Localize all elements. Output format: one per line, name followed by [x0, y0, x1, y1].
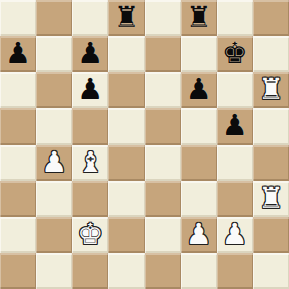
square-a7[interactable]: ♟	[0, 36, 36, 72]
square-h8[interactable]	[253, 0, 289, 36]
square-f8[interactable]: ♜	[181, 0, 217, 36]
square-b3[interactable]	[36, 181, 72, 217]
square-e1[interactable]	[145, 253, 181, 289]
square-c3[interactable]	[72, 181, 108, 217]
square-h7[interactable]	[253, 36, 289, 72]
square-e7[interactable]	[145, 36, 181, 72]
square-h2[interactable]	[253, 217, 289, 253]
square-a6[interactable]	[0, 72, 36, 108]
white-king-c2[interactable]: ♚	[77, 217, 103, 252]
square-b2[interactable]	[36, 217, 72, 253]
square-g7[interactable]: ♚	[217, 36, 253, 72]
square-f2[interactable]: ♟	[181, 217, 217, 253]
black-king-g7[interactable]: ♚	[222, 36, 248, 71]
square-e5[interactable]	[145, 108, 181, 144]
black-pawn-g5[interactable]: ♟	[222, 108, 248, 143]
white-pawn-b4[interactable]: ♟	[41, 145, 67, 180]
square-g3[interactable]	[217, 181, 253, 217]
black-rook-f8[interactable]: ♜	[186, 0, 212, 35]
square-a2[interactable]	[0, 217, 36, 253]
square-h4[interactable]	[253, 145, 289, 181]
square-g2[interactable]: ♟	[217, 217, 253, 253]
square-a1[interactable]	[0, 253, 36, 289]
square-f6[interactable]: ♟	[181, 72, 217, 108]
square-e8[interactable]	[145, 0, 181, 36]
square-f7[interactable]	[181, 36, 217, 72]
square-b8[interactable]	[36, 0, 72, 36]
black-rook-d8[interactable]: ♜	[113, 0, 139, 35]
square-d2[interactable]	[108, 217, 144, 253]
square-a3[interactable]	[0, 181, 36, 217]
square-b4[interactable]: ♟	[36, 145, 72, 181]
square-g6[interactable]	[217, 72, 253, 108]
black-pawn-c7[interactable]: ♟	[77, 36, 103, 71]
square-e6[interactable]	[145, 72, 181, 108]
square-f5[interactable]	[181, 108, 217, 144]
square-g4[interactable]	[217, 145, 253, 181]
black-pawn-a7[interactable]: ♟	[5, 36, 31, 71]
white-pawn-g2[interactable]: ♟	[222, 217, 248, 252]
square-b1[interactable]	[36, 253, 72, 289]
white-rook-h3[interactable]: ♜	[258, 181, 284, 216]
square-c7[interactable]: ♟	[72, 36, 108, 72]
square-h5[interactable]	[253, 108, 289, 144]
square-a4[interactable]	[0, 145, 36, 181]
black-pawn-f6[interactable]: ♟	[186, 72, 212, 107]
square-c1[interactable]	[72, 253, 108, 289]
square-g8[interactable]	[217, 0, 253, 36]
square-c5[interactable]	[72, 108, 108, 144]
square-b7[interactable]	[36, 36, 72, 72]
square-h1[interactable]	[253, 253, 289, 289]
square-d3[interactable]	[108, 181, 144, 217]
square-a5[interactable]	[0, 108, 36, 144]
square-f3[interactable]	[181, 181, 217, 217]
square-e3[interactable]	[145, 181, 181, 217]
square-f4[interactable]	[181, 145, 217, 181]
square-d7[interactable]	[108, 36, 144, 72]
square-g1[interactable]	[217, 253, 253, 289]
square-d6[interactable]	[108, 72, 144, 108]
square-h6[interactable]: ♜	[253, 72, 289, 108]
square-b5[interactable]	[36, 108, 72, 144]
square-c6[interactable]: ♟	[72, 72, 108, 108]
square-f1[interactable]	[181, 253, 217, 289]
square-d1[interactable]	[108, 253, 144, 289]
chess-board: ♜♜♟♟♚♟♟♜♟♟♝♜♚♟♟	[0, 0, 289, 289]
square-c4[interactable]: ♝	[72, 145, 108, 181]
white-bishop-c4[interactable]: ♝	[77, 145, 103, 180]
square-a8[interactable]	[0, 0, 36, 36]
square-e2[interactable]	[145, 217, 181, 253]
white-pawn-f2[interactable]: ♟	[186, 217, 212, 252]
square-d4[interactable]	[108, 145, 144, 181]
square-b6[interactable]	[36, 72, 72, 108]
white-rook-h6[interactable]: ♜	[258, 72, 284, 107]
square-c2[interactable]: ♚	[72, 217, 108, 253]
square-e4[interactable]	[145, 145, 181, 181]
square-d5[interactable]	[108, 108, 144, 144]
square-c8[interactable]	[72, 0, 108, 36]
black-pawn-c6[interactable]: ♟	[77, 72, 103, 107]
square-h3[interactable]: ♜	[253, 181, 289, 217]
square-d8[interactable]: ♜	[108, 0, 144, 36]
square-g5[interactable]: ♟	[217, 108, 253, 144]
